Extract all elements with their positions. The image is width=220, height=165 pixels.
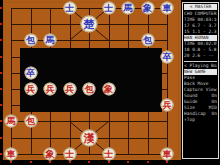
file-tick [69,161,71,163]
file-coordinate-strip [0,160,183,165]
menu-item-value: On [212,111,217,117]
rank-tick [0,23,2,25]
rank-tick [0,7,2,9]
cho-馬-piece[interactable]: 馬 [122,2,135,15]
cho-士-piece[interactable]: 士 [102,2,115,15]
cho-士-piece[interactable]: 士 [63,2,76,15]
rank-tick [0,137,2,139]
han-士-piece[interactable]: 士 [63,147,76,160]
playing-box-menu: < Playing Box > NEW GAME PassBack MoveCa… [184,61,217,123]
han-車-piece[interactable]: 車 [5,147,18,160]
han-漢-piece[interactable]: 漢 [81,129,98,146]
janggi-board[interactable]: 士士馬象車楚包馬包卒卒兵兵兵包象兵馬包漢車象士士車 [0,0,181,165]
menu-item--top[interactable]: ↑Top [184,117,217,123]
file-tick [88,161,90,163]
cho-象-piece[interactable]: 象 [141,2,154,15]
file-tick [10,161,12,163]
han-象-piece[interactable]: 象 [102,83,115,96]
cho-車-piece[interactable]: 車 [161,2,174,15]
cho-包-piece[interactable]: 包 [24,34,37,47]
cho-楚-piece[interactable]: 楚 [81,16,98,33]
han-兵-piece[interactable]: 兵 [161,99,174,112]
file-tick [49,161,51,163]
game-info-section: CHO COMPUTERTIME 00:03:1817 6.7 - 3.715 … [184,11,217,59]
rank-tick [0,153,2,155]
han-兵-piece[interactable]: 兵 [24,83,37,96]
file-tick [108,161,110,163]
file-tick [166,161,168,163]
file-tick [30,161,32,163]
rank-tick [0,104,2,106]
rank-tick [0,88,2,90]
han-兵-piece[interactable]: 兵 [44,83,57,96]
info-line: 20 2.6 - -- [184,53,217,59]
file-tick [147,161,149,163]
file-tick [127,161,129,163]
rank-coordinate-strip [0,0,3,165]
cho-卒-piece[interactable]: 卒 [161,50,174,63]
han-兵-piece[interactable]: 兵 [63,83,76,96]
sidebar-title: < MASTER LV.3 > [184,4,217,10]
board-black-overlay [20,48,162,112]
han-車-piece[interactable]: 車 [161,147,174,160]
rank-tick [0,39,2,41]
han-象-piece[interactable]: 象 [44,147,57,160]
sidebar-panel: < MASTER LV.3 > CHO COMPUTERTIME 00:03:1… [182,2,219,159]
rank-tick [0,72,2,74]
rank-tick [0,56,2,58]
rank-tick [0,120,2,122]
menu-item-label: ↑Top [184,117,195,123]
han-士-piece[interactable]: 士 [102,147,115,160]
han-包-piece[interactable]: 包 [24,115,37,128]
cho-包-piece[interactable]: 包 [141,34,154,47]
cho-卒-piece[interactable]: 卒 [24,66,37,79]
han-包-piece[interactable]: 包 [83,83,96,96]
janggi-game-window: 士士馬象車楚包馬包卒卒兵兵兵包象兵馬包漢車象士士車 < MASTER LV.3 … [0,0,220,165]
han-馬-piece[interactable]: 馬 [5,115,18,128]
cho-馬-piece[interactable]: 馬 [44,34,57,47]
